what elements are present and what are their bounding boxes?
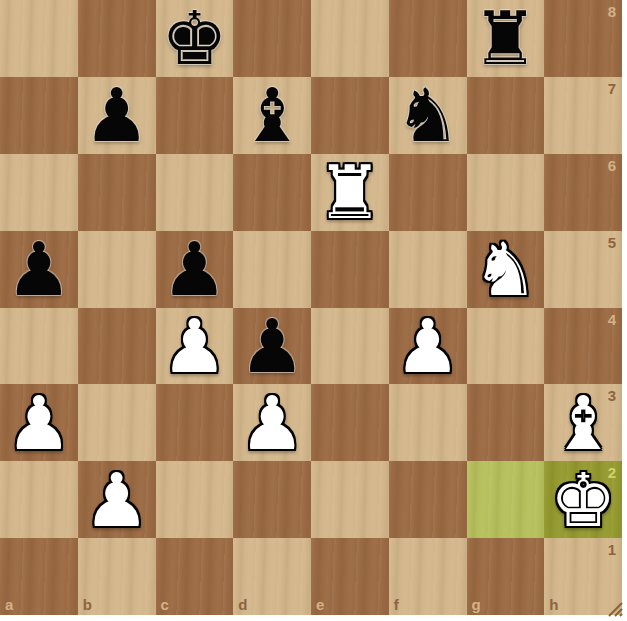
rank-label-3: 3: [608, 387, 616, 404]
square-f2[interactable]: [389, 461, 467, 538]
square-b8[interactable]: [78, 0, 156, 77]
square-e2[interactable]: [311, 461, 389, 538]
square-e8[interactable]: [311, 0, 389, 77]
white-pawn[interactable]: ♟: [239, 385, 305, 461]
square-c6[interactable]: [156, 154, 234, 231]
square-f7[interactable]: ♞: [389, 77, 467, 154]
square-d5[interactable]: [233, 231, 311, 308]
square-g3[interactable]: [467, 384, 545, 461]
rank-label-8: 8: [608, 3, 616, 20]
black-knight[interactable]: ♞: [394, 77, 460, 153]
rank-label-2: 2: [608, 464, 616, 481]
square-f4[interactable]: ♟: [389, 308, 467, 385]
square-h6[interactable]: 6: [544, 154, 622, 231]
square-f6[interactable]: [389, 154, 467, 231]
square-d2[interactable]: [233, 461, 311, 538]
black-pawn[interactable]: ♟: [239, 308, 305, 384]
square-c7[interactable]: [156, 77, 234, 154]
file-label-b: b: [83, 596, 92, 613]
square-g8[interactable]: ♜: [467, 0, 545, 77]
file-label-h: h: [549, 596, 558, 613]
square-f8[interactable]: [389, 0, 467, 77]
white-pawn[interactable]: ♟: [83, 462, 149, 538]
square-a3[interactable]: ♟: [0, 384, 78, 461]
square-f5[interactable]: [389, 231, 467, 308]
rank-label-6: 6: [608, 157, 616, 174]
file-label-c: c: [161, 596, 169, 613]
square-f1[interactable]: f: [389, 538, 467, 615]
white-pawn[interactable]: ♟: [394, 308, 460, 384]
square-b3[interactable]: [78, 384, 156, 461]
square-h7[interactable]: 7: [544, 77, 622, 154]
file-label-g: g: [472, 596, 481, 613]
square-b6[interactable]: [78, 154, 156, 231]
square-g1[interactable]: g: [467, 538, 545, 615]
square-b2[interactable]: ♟: [78, 461, 156, 538]
rank-label-5: 5: [608, 234, 616, 251]
file-label-a: a: [5, 596, 13, 613]
square-b5[interactable]: [78, 231, 156, 308]
square-d4[interactable]: ♟: [233, 308, 311, 385]
square-e5[interactable]: [311, 231, 389, 308]
black-bishop[interactable]: ♝: [239, 77, 305, 153]
square-c8[interactable]: ♚: [156, 0, 234, 77]
square-h3[interactable]: 3♝: [544, 384, 622, 461]
file-label-e: e: [316, 596, 324, 613]
square-c5[interactable]: ♟: [156, 231, 234, 308]
white-bishop[interactable]: ♝: [550, 385, 616, 461]
square-h5[interactable]: 5: [544, 231, 622, 308]
square-g4[interactable]: [467, 308, 545, 385]
page: ♚♜8♟♝♞7♜6♟♟♞5♟♟♟4♟♟3♝♟2♚abcdefg1h: [0, 0, 627, 621]
file-label-d: d: [238, 596, 247, 613]
black-king[interactable]: ♚: [161, 0, 227, 76]
black-pawn[interactable]: ♟: [83, 77, 149, 153]
square-d3[interactable]: ♟: [233, 384, 311, 461]
square-h2[interactable]: 2♚: [544, 461, 622, 538]
square-c2[interactable]: [156, 461, 234, 538]
square-a5[interactable]: ♟: [0, 231, 78, 308]
square-c1[interactable]: c: [156, 538, 234, 615]
square-e3[interactable]: [311, 384, 389, 461]
square-e1[interactable]: e: [311, 538, 389, 615]
square-a6[interactable]: [0, 154, 78, 231]
white-knight[interactable]: ♞: [472, 231, 538, 307]
square-e6[interactable]: ♜: [311, 154, 389, 231]
black-pawn[interactable]: ♟: [6, 231, 72, 307]
black-rook[interactable]: ♜: [472, 0, 538, 76]
square-a2[interactable]: [0, 461, 78, 538]
rank-label-7: 7: [608, 80, 616, 97]
square-d6[interactable]: [233, 154, 311, 231]
white-pawn[interactable]: ♟: [6, 385, 72, 461]
rank-label-1: 1: [608, 541, 616, 558]
square-d1[interactable]: d: [233, 538, 311, 615]
square-g6[interactable]: [467, 154, 545, 231]
square-c4[interactable]: ♟: [156, 308, 234, 385]
square-g2[interactable]: [467, 461, 545, 538]
board-resize-handle-icon[interactable]: [606, 600, 624, 618]
black-pawn[interactable]: ♟: [161, 231, 227, 307]
square-g5[interactable]: ♞: [467, 231, 545, 308]
square-h4[interactable]: 4: [544, 308, 622, 385]
white-rook[interactable]: ♜: [317, 154, 383, 230]
white-pawn[interactable]: ♟: [161, 308, 227, 384]
square-a7[interactable]: [0, 77, 78, 154]
square-d8[interactable]: [233, 0, 311, 77]
chess-board: ♚♜8♟♝♞7♜6♟♟♞5♟♟♟4♟♟3♝♟2♚abcdefg1h: [0, 0, 622, 615]
square-b7[interactable]: ♟: [78, 77, 156, 154]
square-f3[interactable]: [389, 384, 467, 461]
square-b1[interactable]: b: [78, 538, 156, 615]
square-a4[interactable]: [0, 308, 78, 385]
square-h8[interactable]: 8: [544, 0, 622, 77]
square-a8[interactable]: [0, 0, 78, 77]
square-a1[interactable]: a: [0, 538, 78, 615]
square-b4[interactable]: [78, 308, 156, 385]
square-d7[interactable]: ♝: [233, 77, 311, 154]
square-c3[interactable]: [156, 384, 234, 461]
rank-label-4: 4: [608, 311, 616, 328]
white-king[interactable]: ♚: [550, 462, 616, 538]
file-label-f: f: [394, 596, 399, 613]
square-e7[interactable]: [311, 77, 389, 154]
square-e4[interactable]: [311, 308, 389, 385]
square-g7[interactable]: [467, 77, 545, 154]
